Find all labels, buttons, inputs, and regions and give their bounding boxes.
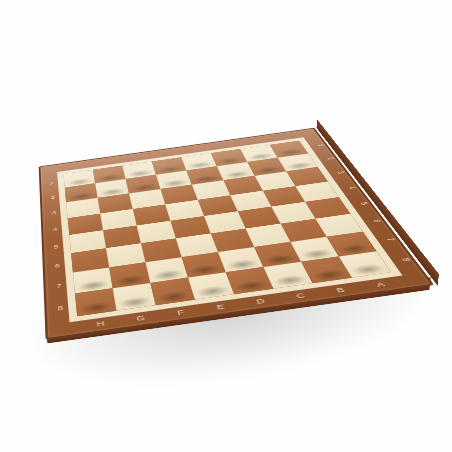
pawn-icon: ♟	[164, 145, 187, 185]
square-g3[interactable]	[98, 194, 133, 214]
square-c8[interactable]: ♝	[263, 262, 312, 289]
chess-board: ♜♞♝♚♛♝♞♜♟♟♟♟♟♟♟♟♟♟♟♟♟♟♟♟♜♞♝♚♛♝♞♜ HGFEDCB…	[39, 127, 438, 341]
pawn-icon: ♟	[133, 150, 156, 190]
rook-icon: ♜	[353, 214, 387, 273]
square-d8[interactable]: ♛	[226, 267, 274, 294]
pawn-icon: ♟	[258, 132, 281, 172]
square-h8[interactable]: ♜	[75, 288, 116, 316]
pawn-icon: ♟	[101, 154, 124, 194]
square-e8[interactable]: ♚	[188, 272, 234, 299]
board-frame: ♜♞♝♚♛♝♞♜♟♟♟♟♟♟♟♟♟♟♟♟♟♟♟♟♜♞♝♚♛♝♞♜ HGFEDCB…	[39, 128, 435, 340]
pawn-icon: ♟	[227, 136, 250, 176]
perspective-scene: ♜♞♝♚♛♝♞♜♟♟♟♟♟♟♟♟♟♟♟♟♟♟♟♟♜♞♝♚♛♝♞♜ HGFEDCB…	[19, 31, 389, 401]
knight-icon: ♞	[312, 212, 351, 279]
pawn-icon: ♟	[195, 141, 218, 181]
queen-icon: ♛	[230, 210, 276, 289]
bishop-icon: ♝	[271, 212, 313, 284]
photo-backdrop: ♜♞♝♚♛♝♞♜♟♟♟♟♟♟♟♟♟♟♟♟♟♟♟♟♜♞♝♚♛♝♞♜ HGFEDCB…	[0, 0, 452, 452]
pawn-icon: ♟	[70, 158, 93, 198]
rook-icon: ♜	[79, 252, 113, 311]
square-g8[interactable]: ♞	[113, 283, 156, 311]
knight-icon: ♞	[116, 239, 155, 306]
rank-label-left-4: 4	[47, 220, 64, 239]
